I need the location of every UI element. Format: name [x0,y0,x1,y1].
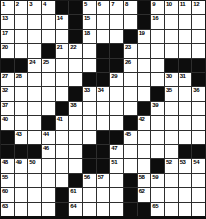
clue-number-65: 65 [152,203,158,210]
white-cell-r4c15[interactable] [192,44,205,57]
clue-number-47: 47 [111,145,117,152]
white-cell-r9c2[interactable] [15,116,28,129]
white-cell-r4c5[interactable]: 21 [56,44,69,57]
white-cell-r6c4[interactable] [42,73,55,86]
white-cell-r8c1[interactable]: 37 [1,102,14,115]
white-cell-r8c10[interactable] [124,102,137,115]
white-cell-r1c9[interactable]: 7 [110,1,123,14]
white-cell-r13c1[interactable]: 55 [1,174,14,187]
black-cell-r12c12 [151,159,164,172]
black-cell-r5c15 [192,59,205,72]
white-cell-r1c10[interactable]: 8 [124,1,137,14]
white-cell-r3c14[interactable] [179,30,192,43]
white-cell-r7c3[interactable] [28,87,41,100]
clue-number-31: 31 [180,73,186,80]
white-cell-r14c12[interactable] [151,188,164,201]
clue-number-59: 59 [152,174,158,181]
white-cell-r7c8[interactable]: 34 [97,87,110,100]
clue-number-5: 5 [84,1,87,8]
clue-number-32: 32 [2,87,8,94]
white-cell-r9c6[interactable] [69,116,82,129]
white-cell-r11c11[interactable] [138,145,151,158]
black-cell-r11c7 [83,145,96,158]
white-cell-r5c10[interactable]: 26 [124,59,137,72]
black-cell-r14c5 [56,188,69,201]
white-cell-r14c4[interactable] [42,188,55,201]
white-cell-r1c15[interactable]: 12 [192,1,205,14]
black-cell-r11c15 [192,145,205,158]
clue-number-3: 3 [29,1,32,8]
white-cell-r3c8[interactable] [97,30,110,43]
white-cell-r13c14[interactable] [179,174,192,187]
black-cell-r11c8 [97,145,110,158]
white-cell-r6c12[interactable] [151,73,164,86]
white-cell-r3c7[interactable]: 18 [83,30,96,43]
white-cell-r2c3[interactable] [28,15,41,28]
black-cell-r13c6 [69,174,82,187]
black-cell-r11c2 [15,145,28,158]
clue-number-38: 38 [70,102,76,109]
clue-number-27: 27 [2,73,8,80]
white-cell-r9c8[interactable] [97,116,110,129]
white-cell-r3c9[interactable] [110,30,123,43]
white-cell-r12c10[interactable] [124,159,137,172]
clue-number-18: 18 [84,30,90,37]
white-cell-r8c9[interactable] [110,102,123,115]
clue-number-10: 10 [166,1,172,8]
clue-number-34: 34 [98,87,104,94]
black-cell-r1c5 [56,1,69,14]
white-cell-r11c6[interactable] [69,145,82,158]
black-cell-r5c1 [1,59,14,72]
white-cell-r3c4[interactable] [42,30,55,43]
white-cell-r10c13[interactable] [165,131,178,144]
white-cell-r15c15[interactable] [192,203,205,216]
clue-number-19: 19 [139,30,145,37]
white-cell-r4c7[interactable] [83,44,96,57]
white-cell-r14c13[interactable] [165,188,178,201]
white-cell-r10c7[interactable] [83,131,96,144]
white-cell-r3c1[interactable]: 17 [1,30,14,43]
black-cell-r7c6 [69,87,82,100]
white-cell-r7c9[interactable] [110,87,123,100]
white-cell-r2c12[interactable]: 16 [151,15,164,28]
white-cell-r4c12[interactable] [151,44,164,57]
white-cell-r5c3[interactable]: 24 [28,59,41,72]
black-cell-r4c4 [42,44,55,57]
clue-number-6: 6 [98,1,101,8]
black-cell-r11c3 [28,145,41,158]
white-cell-r12c15[interactable]: 54 [192,159,205,172]
white-cell-r9c13[interactable] [165,116,178,129]
clue-number-44: 44 [43,131,49,138]
white-cell-r6c9[interactable]: 29 [110,73,123,86]
white-cell-r8c6[interactable]: 38 [69,102,82,115]
black-cell-r10c8 [97,131,110,144]
white-cell-r2c13[interactable] [165,15,178,28]
white-cell-r4c14[interactable] [179,44,192,57]
white-cell-r10c4[interactable]: 44 [42,131,55,144]
white-cell-r8c12[interactable]: 39 [151,102,164,115]
white-cell-r11c10[interactable] [124,145,137,158]
black-cell-r6c15 [192,73,205,86]
black-cell-r5c13 [165,59,178,72]
white-cell-r3c5[interactable] [56,30,69,43]
white-cell-r3c11[interactable]: 19 [138,30,151,43]
clue-number-62: 62 [139,188,145,195]
clue-number-35: 35 [166,87,172,94]
clue-number-60: 60 [2,188,8,195]
white-cell-r13c15[interactable] [192,174,205,187]
black-cell-r8c11 [138,102,151,115]
white-cell-r15c2[interactable] [15,203,28,216]
clue-number-52: 52 [166,159,172,166]
white-cell-r15c1[interactable]: 63 [1,203,14,216]
white-cell-r1c4[interactable]: 4 [42,1,55,14]
white-cell-r7c1[interactable]: 32 [1,87,14,100]
white-cell-r14c7[interactable] [83,188,96,201]
white-cell-r1c12[interactable]: 9 [151,1,164,14]
white-cell-r9c7[interactable] [83,116,96,129]
white-cell-r13c12[interactable]: 59 [151,174,164,187]
white-cell-r6c11[interactable] [138,73,151,86]
white-cell-r14c6[interactable]: 61 [69,188,82,201]
white-cell-r12c5[interactable] [56,159,69,172]
black-cell-r10c9 [110,131,123,144]
black-cell-r3c6 [69,30,82,43]
clue-number-49: 49 [16,159,22,166]
white-cell-r15c3[interactable] [28,203,41,216]
white-cell-r10c10[interactable]: 45 [124,131,137,144]
white-cell-r12c4[interactable] [42,159,55,172]
white-cell-r2c14[interactable] [179,15,192,28]
black-cell-r15c10 [124,203,137,216]
white-cell-r6c5[interactable] [56,73,69,86]
clue-number-55: 55 [2,174,8,181]
white-cell-r9c15[interactable] [192,116,205,129]
white-cell-r13c11[interactable]: 58 [138,174,151,187]
clue-number-64: 64 [70,203,76,210]
white-cell-r7c15[interactable]: 36 [192,87,205,100]
white-cell-r4c10[interactable]: 23 [124,44,137,57]
white-cell-r14c2[interactable] [15,188,28,201]
black-cell-r11c1 [1,145,14,158]
white-cell-r5c5[interactable] [56,59,69,72]
white-cell-r7c10[interactable] [124,87,137,100]
black-cell-r4c9 [110,44,123,57]
clue-number-63: 63 [2,203,8,210]
white-cell-r2c8[interactable] [97,15,110,28]
clue-number-1: 1 [2,1,5,8]
clue-number-29: 29 [111,73,117,80]
white-cell-r15c7[interactable] [83,203,96,216]
white-cell-r7c4[interactable] [42,87,55,100]
white-cell-r9c11[interactable]: 42 [138,116,151,129]
clue-number-13: 13 [2,15,8,22]
white-cell-r14c3[interactable] [28,188,41,201]
white-cell-r1c2[interactable]: 2 [15,1,28,14]
white-cell-r3c12[interactable] [151,30,164,43]
black-cell-r3c10 [124,30,137,43]
clue-number-40: 40 [2,116,8,123]
white-cell-r7c7[interactable]: 33 [83,87,96,100]
clue-number-33: 33 [84,87,90,94]
white-cell-r4c6[interactable]: 22 [69,44,82,57]
clue-number-15: 15 [84,15,90,22]
clue-number-37: 37 [2,102,8,109]
white-cell-r5c12[interactable] [151,59,164,72]
clue-number-46: 46 [43,145,49,152]
white-cell-r6c6[interactable] [69,73,82,86]
white-cell-r6c14[interactable]: 31 [179,73,192,86]
black-cell-r5c9 [110,59,123,72]
black-cell-r1c11 [138,1,151,14]
white-cell-r5c7[interactable] [83,59,96,72]
white-cell-r11c9[interactable]: 47 [110,145,123,158]
black-cell-r6c7 [83,73,96,86]
white-cell-r14c15[interactable] [192,188,205,201]
white-cell-r14c8[interactable] [97,188,110,201]
white-cell-r11c4[interactable]: 46 [42,145,55,158]
white-cell-r10c14[interactable] [179,131,192,144]
white-cell-r4c1[interactable]: 20 [1,44,14,57]
black-cell-r6c8 [97,73,110,86]
white-cell-r13c7[interactable]: 56 [83,174,96,187]
crossword-grid: 1234567891011121314151617181920212223242… [0,0,206,219]
white-cell-r3c13[interactable] [165,30,178,43]
white-cell-r12c2[interactable]: 49 [15,159,28,172]
clue-number-58: 58 [139,174,145,181]
white-cell-r13c2[interactable] [15,174,28,187]
clue-number-25: 25 [43,59,49,66]
white-cell-r10c5[interactable] [56,131,69,144]
white-cell-r2c5[interactable]: 14 [56,15,69,28]
white-cell-r13c8[interactable]: 57 [97,174,110,187]
white-cell-r3c2[interactable] [15,30,28,43]
white-cell-r12c3[interactable]: 50 [28,159,41,172]
white-cell-r15c14[interactable] [179,203,192,216]
white-cell-r14c1[interactable]: 60 [1,188,14,201]
black-cell-r8c5 [56,102,69,115]
clue-number-22: 22 [70,44,76,51]
clue-number-50: 50 [29,159,35,166]
clue-number-17: 17 [2,30,8,37]
white-cell-r1c1[interactable]: 1 [1,1,14,14]
white-cell-r8c4[interactable] [42,102,55,115]
white-cell-r15c13[interactable] [165,203,178,216]
white-cell-r10c15[interactable] [192,131,205,144]
white-cell-r11c5[interactable] [56,145,69,158]
black-cell-r12c8 [97,159,110,172]
black-cell-r11c14 [179,145,192,158]
white-cell-r10c11[interactable] [138,131,151,144]
clue-number-41: 41 [57,116,63,123]
white-cell-r14c11[interactable]: 62 [138,188,151,201]
clue-number-54: 54 [193,159,199,166]
clue-number-21: 21 [57,44,63,51]
white-cell-r1c8[interactable]: 6 [97,1,110,14]
clue-number-43: 43 [16,131,22,138]
white-cell-r15c4[interactable] [42,203,55,216]
white-cell-r10c6[interactable] [69,131,82,144]
white-cell-r8c8[interactable] [97,102,110,115]
white-cell-r1c14[interactable]: 11 [179,1,192,14]
white-cell-r8c7[interactable] [83,102,96,115]
white-cell-r1c13[interactable]: 10 [165,1,178,14]
white-cell-r13c9[interactable] [110,174,123,187]
white-cell-r2c4[interactable] [42,15,55,28]
white-cell-r6c2[interactable]: 28 [15,73,28,86]
white-cell-r10c12[interactable] [151,131,164,144]
white-cell-r3c3[interactable] [28,30,41,43]
black-cell-r1c6 [69,1,82,14]
white-cell-r11c12[interactable] [151,145,164,158]
white-cell-r2c9[interactable] [110,15,123,28]
white-cell-r13c4[interactable] [42,174,55,187]
white-cell-r12c9[interactable]: 51 [110,159,123,172]
black-cell-r4c8 [97,44,110,57]
white-cell-r2c1[interactable]: 13 [1,15,14,28]
white-cell-r9c12[interactable] [151,116,164,129]
white-cell-r9c3[interactable] [28,116,41,129]
white-cell-r5c11[interactable] [138,59,151,72]
black-cell-r7c12 [151,87,164,100]
white-cell-r12c1[interactable]: 48 [1,159,14,172]
white-cell-r6c1[interactable]: 27 [1,73,14,86]
black-cell-r10c1 [1,131,14,144]
white-cell-r15c8[interactable] [97,203,110,216]
white-cell-r13c5[interactable] [56,174,69,187]
white-cell-r13c3[interactable] [28,174,41,187]
white-cell-r11c13[interactable] [165,145,178,158]
clue-number-42: 42 [139,116,145,123]
white-cell-r2c7[interactable]: 15 [83,15,96,28]
clue-number-4: 4 [43,1,46,8]
clue-number-28: 28 [16,73,22,80]
clue-number-9: 9 [152,1,155,8]
white-cell-r12c6[interactable] [69,159,82,172]
white-cell-r4c3[interactable] [28,44,41,57]
white-cell-r6c13[interactable]: 30 [165,73,178,86]
black-cell-r13c10 [124,174,137,187]
white-cell-r3c15[interactable] [192,30,205,43]
clue-number-45: 45 [125,131,131,138]
white-cell-r7c11[interactable] [138,87,151,100]
white-cell-r2c15[interactable] [192,15,205,28]
clue-number-30: 30 [166,73,172,80]
white-cell-r4c11[interactable] [138,44,151,57]
clue-number-20: 20 [2,44,8,51]
white-cell-r8c13[interactable] [165,102,178,115]
white-cell-r8c15[interactable] [192,102,205,115]
black-cell-r2c6 [69,15,82,28]
clue-number-57: 57 [98,174,104,181]
white-cell-r12c14[interactable]: 53 [179,159,192,172]
white-cell-r5c4[interactable]: 25 [42,59,55,72]
white-cell-r15c9[interactable] [110,203,123,216]
black-cell-r2c11 [138,15,151,28]
clue-number-61: 61 [70,188,76,195]
black-cell-r15c11 [138,203,151,216]
white-cell-r15c12[interactable]: 65 [151,203,164,216]
black-cell-r5c14 [179,59,192,72]
white-cell-r9c14[interactable] [179,116,192,129]
white-cell-r9c9[interactable] [110,116,123,129]
clue-number-14: 14 [57,15,63,22]
white-cell-r12c13[interactable]: 52 [165,159,178,172]
white-cell-r15c6[interactable]: 64 [69,203,82,216]
white-cell-r9c5[interactable]: 41 [56,116,69,129]
clue-number-48: 48 [2,159,8,166]
white-cell-r9c1[interactable]: 40 [1,116,14,129]
clue-number-51: 51 [111,159,117,166]
white-cell-r12c11[interactable] [138,159,151,172]
white-cell-r7c5[interactable] [56,87,69,100]
white-cell-r8c3[interactable] [28,102,41,115]
clue-number-7: 7 [111,1,114,8]
white-cell-r13c13[interactable] [165,174,178,187]
clue-number-11: 11 [180,1,185,8]
clue-number-16: 16 [152,15,158,22]
white-cell-r5c6[interactable] [69,59,82,72]
white-cell-r8c2[interactable] [15,102,28,115]
white-cell-r4c13[interactable] [165,44,178,57]
white-cell-r4c2[interactable] [15,44,28,57]
white-cell-r7c13[interactable]: 35 [165,87,178,100]
white-cell-r14c9[interactable] [110,188,123,201]
clue-number-26: 26 [125,59,131,66]
clue-number-12: 12 [193,1,199,8]
white-cell-r1c7[interactable]: 5 [83,1,96,14]
clue-number-39: 39 [152,102,158,109]
white-cell-r14c14[interactable] [179,188,192,201]
black-cell-r9c10 [124,116,137,129]
white-cell-r2c10[interactable] [124,15,137,28]
white-cell-r8c14[interactable] [179,102,192,115]
clue-number-23: 23 [125,44,131,51]
clue-number-36: 36 [193,87,199,94]
black-cell-r15c5 [56,203,69,216]
clue-number-2: 2 [16,1,19,8]
white-cell-r10c3[interactable] [28,131,41,144]
white-cell-r7c2[interactable] [15,87,28,100]
clue-number-8: 8 [125,1,128,8]
clue-number-24: 24 [29,59,35,66]
black-cell-r9c4 [42,116,55,129]
white-cell-r2c2[interactable] [15,15,28,28]
clue-number-56: 56 [84,174,90,181]
white-cell-r1c3[interactable]: 3 [28,1,41,14]
white-cell-r6c10[interactable] [124,73,137,86]
white-cell-r6c3[interactable] [28,73,41,86]
black-cell-r5c2 [15,59,28,72]
clue-number-53: 53 [180,159,186,166]
black-cell-r12c7 [83,159,96,172]
black-cell-r5c8 [97,59,110,72]
white-cell-r10c2[interactable]: 43 [15,131,28,144]
white-cell-r7c14[interactable] [179,87,192,100]
black-cell-r14c10 [124,188,137,201]
